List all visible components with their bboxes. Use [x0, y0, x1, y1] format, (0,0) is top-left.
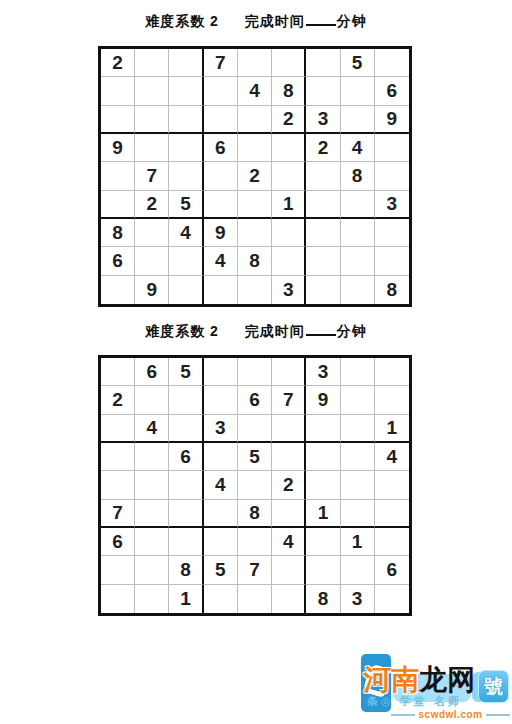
sudoku-cell-r3c7[interactable]: 3 [306, 106, 340, 134]
sudoku-cell-r6c2[interactable]: 2 [135, 191, 169, 219]
sudoku-cell-r7c9[interactable] [375, 219, 409, 247]
sudoku-cell-r5c7[interactable] [306, 162, 340, 190]
sudoku-cell-r4c5[interactable] [238, 134, 272, 162]
sudoku-cell-r1c5[interactable] [238, 49, 272, 77]
watermark-title-orange: 河南 [363, 664, 419, 695]
sudoku-cell-r1c2[interactable] [135, 49, 169, 77]
sudoku-cell-r7c3[interactable] [169, 528, 203, 556]
watermark-url: scwdwl.com [419, 709, 483, 720]
sudoku-cell-r1c8[interactable]: 5 [341, 49, 375, 77]
sudoku-cell-r5c8[interactable] [341, 471, 375, 499]
sudoku-cell-r1c3[interactable] [169, 49, 203, 77]
sudoku-cell-r1c4[interactable] [204, 358, 238, 386]
sudoku-cell-r4c2[interactable] [135, 134, 169, 162]
sudoku-cell-r4c9[interactable]: 4 [375, 443, 409, 471]
sudoku-cell-r2c8[interactable] [341, 386, 375, 414]
sudoku-cell-r2c6[interactable]: 8 [272, 77, 306, 105]
sudoku-cell-r6c1[interactable] [101, 191, 135, 219]
sudoku-cell-r3c5[interactable] [238, 415, 272, 443]
time-blank-line [306, 321, 336, 336]
sudoku-cell-r8c2[interactable] [135, 556, 169, 584]
sudoku-cell-r8c4[interactable]: 5 [204, 556, 238, 584]
sudoku-cell-r7c8[interactable] [341, 219, 375, 247]
sudoku-cell-r9c1[interactable] [101, 276, 135, 304]
sudoku-cell-r2c2[interactable] [135, 77, 169, 105]
sudoku-cell-r2c4[interactable] [204, 77, 238, 105]
sudoku-cell-r8c6[interactable] [272, 247, 306, 275]
sudoku-cell-r6c9[interactable] [375, 500, 409, 528]
sudoku-cell-r4c1[interactable]: 9 [101, 134, 135, 162]
sudoku-cell-r4c1[interactable] [101, 443, 135, 471]
sudoku-cell-r2c1[interactable]: 2 [101, 386, 135, 414]
sudoku-cell-r6c4[interactable] [204, 191, 238, 219]
sudoku-cell-r1c1[interactable] [101, 358, 135, 386]
sudoku-cell-r5c8[interactable]: 8 [341, 162, 375, 190]
sudoku-cell-r8c1[interactable]: 6 [101, 247, 135, 275]
sudoku-cell-r1c9[interactable] [375, 358, 409, 386]
sudoku-cell-r9c2[interactable]: 9 [135, 276, 169, 304]
sudoku-cell-r2c6[interactable]: 7 [272, 386, 306, 414]
sudoku-cell-r8c9[interactable] [375, 247, 409, 275]
sudoku-cell-r5c9[interactable] [375, 471, 409, 499]
sudoku-cell-r4c8[interactable] [341, 443, 375, 471]
watermark-url-row: scwdwl.com [391, 709, 510, 720]
sudoku-cell-r7c5[interactable] [238, 528, 272, 556]
sudoku-cell-r9c8[interactable] [341, 276, 375, 304]
sudoku-cell-r4c2[interactable] [135, 443, 169, 471]
sudoku-cell-r3c8[interactable] [341, 415, 375, 443]
sudoku-cell-r1c4[interactable]: 7 [204, 49, 238, 77]
sudoku-cell-r3c6[interactable] [272, 415, 306, 443]
sudoku-cell-r4c9[interactable] [375, 134, 409, 162]
sudoku-grid-2: 6532679431654427816418576183 [98, 355, 412, 616]
sudoku-cell-r6c3[interactable]: 5 [169, 191, 203, 219]
sudoku-cell-r9c4[interactable] [204, 585, 238, 613]
sudoku-cell-r5c1[interactable] [101, 162, 135, 190]
sudoku-cell-r8c9[interactable]: 6 [375, 556, 409, 584]
watermark: 条◎ 学堂 名师 河南龙网 號 scwdwl.com [360, 644, 510, 722]
sudoku-cell-r1c7[interactable]: 3 [306, 358, 340, 386]
sudoku-cell-r5c9[interactable] [375, 162, 409, 190]
sudoku-cell-r5c5[interactable]: 2 [238, 162, 272, 190]
sudoku-cell-r5c4[interactable] [204, 162, 238, 190]
watermark-divider-line [391, 714, 415, 716]
sudoku-cell-r7c6[interactable]: 4 [272, 528, 306, 556]
sudoku-cell-r3c2[interactable]: 4 [135, 415, 169, 443]
sudoku-cell-r6c6[interactable] [272, 500, 306, 528]
sudoku-cell-r6c6[interactable]: 1 [272, 191, 306, 219]
sudoku-cell-r8c8[interactable] [341, 247, 375, 275]
sudoku-cell-r3c5[interactable] [238, 106, 272, 134]
sudoku-cell-r8c6[interactable] [272, 556, 306, 584]
sudoku-cell-r3c6[interactable]: 2 [272, 106, 306, 134]
sudoku-cell-r2c7[interactable]: 9 [306, 386, 340, 414]
sudoku-cell-r8c2[interactable] [135, 247, 169, 275]
sudoku-cell-r6c9[interactable]: 3 [375, 191, 409, 219]
sudoku-cell-r2c9[interactable] [375, 386, 409, 414]
sudoku-cell-r6c7[interactable]: 1 [306, 500, 340, 528]
sudoku-cell-r4c6[interactable] [272, 134, 306, 162]
sudoku-cell-r4c4[interactable]: 6 [204, 134, 238, 162]
sudoku-cell-r3c9[interactable]: 9 [375, 106, 409, 134]
sudoku-cell-r5c2[interactable] [135, 471, 169, 499]
sudoku-cell-r6c5[interactable]: 8 [238, 500, 272, 528]
sudoku-cell-r6c1[interactable]: 7 [101, 500, 135, 528]
watermark-site-title: 河南龙网 [363, 666, 475, 694]
watermark-divider-line [486, 714, 510, 716]
sudoku-cell-r4c3[interactable]: 6 [169, 443, 203, 471]
sudoku-cell-r3c4[interactable]: 3 [204, 415, 238, 443]
sudoku-cell-r7c7[interactable] [306, 528, 340, 556]
sudoku-cell-r2c3[interactable] [169, 77, 203, 105]
sudoku-cell-r2c1[interactable] [101, 77, 135, 105]
sudoku-cell-r7c5[interactable] [238, 219, 272, 247]
sudoku-cell-r1c2[interactable]: 6 [135, 358, 169, 386]
time-blank-line [306, 11, 336, 26]
sudoku-cell-r2c3[interactable] [169, 386, 203, 414]
sudoku-cell-r7c2[interactable] [135, 528, 169, 556]
sudoku-cell-r8c4[interactable]: 4 [204, 247, 238, 275]
sudoku-cell-r5c4[interactable]: 4 [204, 471, 238, 499]
sudoku-cell-r2c5[interactable]: 6 [238, 386, 272, 414]
sudoku-cell-r2c8[interactable] [341, 77, 375, 105]
sudoku-cell-r7c4[interactable] [204, 528, 238, 556]
sudoku-cell-r4c3[interactable] [169, 134, 203, 162]
sudoku-cell-r9c6[interactable] [272, 585, 306, 613]
sudoku-cell-r3c7[interactable] [306, 415, 340, 443]
sudoku-cell-r1c3[interactable]: 5 [169, 358, 203, 386]
watermark-badge: 號 [478, 670, 509, 703]
sudoku-cell-r4c7[interactable] [306, 443, 340, 471]
sudoku-cell-r7c9[interactable] [375, 528, 409, 556]
sudoku-cell-r2c9[interactable]: 6 [375, 77, 409, 105]
sudoku-cell-r2c5[interactable]: 4 [238, 77, 272, 105]
sudoku-cell-r1c6[interactable] [272, 358, 306, 386]
difficulty-label: 难度系数 2 [145, 13, 219, 29]
sudoku-cell-r1c5[interactable] [238, 358, 272, 386]
sudoku-cell-r7c1[interactable]: 8 [101, 219, 135, 247]
sudoku-cell-r8c5[interactable]: 7 [238, 556, 272, 584]
sudoku-cell-r2c2[interactable] [135, 386, 169, 414]
sudoku-cell-r9c6[interactable]: 3 [272, 276, 306, 304]
sudoku-cell-r7c8[interactable]: 1 [341, 528, 375, 556]
sudoku-cell-r3c8[interactable] [341, 106, 375, 134]
sudoku-grid-1: 27548623996247282513849648938 [98, 46, 412, 307]
sudoku-cell-r5c3[interactable] [169, 471, 203, 499]
sudoku-cell-r4c7[interactable]: 2 [306, 134, 340, 162]
puzzle-1-header: 难度系数 2完成时间分钟 [0, 11, 512, 31]
sudoku-cell-r3c9[interactable]: 1 [375, 415, 409, 443]
sudoku-cell-r8c7[interactable] [306, 247, 340, 275]
sudoku-cell-r9c4[interactable] [204, 276, 238, 304]
sudoku-cell-r3c4[interactable] [204, 106, 238, 134]
worksheet-page: { "game": "sudoku", "page": { "headers":… [0, 0, 512, 724]
sudoku-cell-r9c5[interactable] [238, 276, 272, 304]
difficulty-label: 难度系数 2 [145, 323, 219, 339]
sudoku-cell-r7c4[interactable]: 9 [204, 219, 238, 247]
sudoku-cell-r8c5[interactable]: 8 [238, 247, 272, 275]
sudoku-cell-r9c7[interactable] [306, 276, 340, 304]
sudoku-cell-r7c2[interactable] [135, 219, 169, 247]
sudoku-cell-r6c7[interactable] [306, 191, 340, 219]
sudoku-cell-r4c5[interactable]: 5 [238, 443, 272, 471]
sudoku-cell-r9c5[interactable] [238, 585, 272, 613]
sudoku-cell-r5c6[interactable] [272, 162, 306, 190]
sudoku-cell-r7c7[interactable] [306, 219, 340, 247]
sudoku-cell-r6c2[interactable] [135, 500, 169, 528]
puzzle-2-header: 难度系数 2完成时间分钟 [0, 321, 512, 341]
sudoku-cell-r8c1[interactable] [101, 556, 135, 584]
time-label-suffix: 分钟 [337, 323, 367, 339]
sudoku-cell-r1c8[interactable] [341, 358, 375, 386]
sudoku-cell-r4c4[interactable] [204, 443, 238, 471]
sudoku-cell-r1c9[interactable] [375, 49, 409, 77]
sudoku-cell-r8c7[interactable] [306, 556, 340, 584]
sudoku-cell-r3c3[interactable] [169, 415, 203, 443]
sudoku-cell-r6c3[interactable] [169, 500, 203, 528]
sudoku-cell-r3c1[interactable] [101, 415, 135, 443]
watermark-title-black: 龙网 [419, 664, 475, 695]
sudoku-cell-r2c7[interactable] [306, 77, 340, 105]
sudoku-cell-r9c8[interactable]: 3 [341, 585, 375, 613]
time-label-prefix: 完成时间 [245, 323, 305, 339]
sudoku-cell-r6c4[interactable] [204, 500, 238, 528]
sudoku-cell-r3c2[interactable] [135, 106, 169, 134]
sudoku-cell-r9c9[interactable] [375, 585, 409, 613]
sudoku-cell-r5c2[interactable]: 7 [135, 162, 169, 190]
sudoku-cell-r8c8[interactable] [341, 556, 375, 584]
sudoku-cell-r7c6[interactable] [272, 219, 306, 247]
sudoku-cell-r5c5[interactable] [238, 471, 272, 499]
sudoku-cell-r9c3[interactable]: 1 [169, 585, 203, 613]
sudoku-cell-r5c1[interactable] [101, 471, 135, 499]
sudoku-cell-r5c6[interactable]: 2 [272, 471, 306, 499]
sudoku-cell-r9c1[interactable] [101, 585, 135, 613]
sudoku-cell-r8c3[interactable]: 8 [169, 556, 203, 584]
sudoku-cell-r4c8[interactable]: 4 [341, 134, 375, 162]
sudoku-cell-r3c1[interactable] [101, 106, 135, 134]
sudoku-cell-r9c2[interactable] [135, 585, 169, 613]
sudoku-cell-r5c7[interactable] [306, 471, 340, 499]
sudoku-cell-r6c8[interactable] [341, 500, 375, 528]
sudoku-cell-r7c3[interactable]: 4 [169, 219, 203, 247]
sudoku-cell-r9c7[interactable]: 8 [306, 585, 340, 613]
sudoku-cell-r9c3[interactable] [169, 276, 203, 304]
sudoku-cell-r6c5[interactable] [238, 191, 272, 219]
sudoku-cell-r5c3[interactable] [169, 162, 203, 190]
time-label-prefix: 完成时间 [245, 13, 305, 29]
sudoku-cell-r7c1[interactable]: 6 [101, 528, 135, 556]
sudoku-cell-r6c8[interactable] [341, 191, 375, 219]
sudoku-cell-r9c9[interactable]: 8 [375, 276, 409, 304]
sudoku-cell-r1c1[interactable]: 2 [101, 49, 135, 77]
sudoku-cell-r3c3[interactable] [169, 106, 203, 134]
sudoku-cell-r1c7[interactable] [306, 49, 340, 77]
sudoku-cell-r1c6[interactable] [272, 49, 306, 77]
sudoku-cell-r4c6[interactable] [272, 443, 306, 471]
time-label-suffix: 分钟 [337, 13, 367, 29]
sudoku-cell-r8c3[interactable] [169, 247, 203, 275]
sudoku-cell-r2c4[interactable] [204, 386, 238, 414]
